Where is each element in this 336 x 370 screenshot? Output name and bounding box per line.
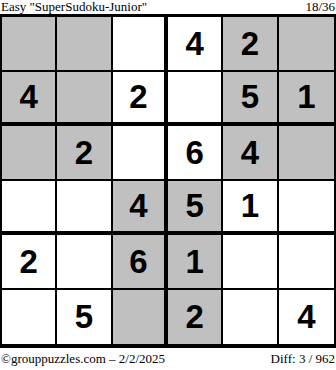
puzzle-title: Easy "SuperSudoku-Junior" xyxy=(1,0,147,13)
footer: ©grouppuzzles.com – 2/2/2025 Diff: 3 / 9… xyxy=(0,352,336,366)
cell-r1c3[interactable] xyxy=(113,17,168,72)
cell-r1c6[interactable] xyxy=(279,17,334,72)
cell-r1c4[interactable]: 4 xyxy=(168,17,223,72)
cell-r4c1[interactable] xyxy=(2,181,57,236)
cell-r5c1[interactable]: 2 xyxy=(2,235,57,290)
cell-r5c3[interactable]: 6 xyxy=(113,235,168,290)
cell-r4c6[interactable] xyxy=(279,181,334,236)
cell-r4c4[interactable]: 5 xyxy=(168,181,223,236)
cell-r3c1[interactable] xyxy=(2,126,57,181)
cell-r2c5[interactable]: 5 xyxy=(223,72,278,127)
cell-r3c3[interactable] xyxy=(113,126,168,181)
cell-r6c5[interactable] xyxy=(223,290,278,345)
cell-r3c2[interactable]: 2 xyxy=(57,126,112,181)
cell-r6c3[interactable] xyxy=(113,290,168,345)
cell-r2c1[interactable]: 4 xyxy=(2,72,57,127)
cell-r3c5[interactable]: 4 xyxy=(223,126,278,181)
cell-r5c2[interactable] xyxy=(57,235,112,290)
cell-r3c4[interactable]: 6 xyxy=(168,126,223,181)
cell-r5c4[interactable]: 1 xyxy=(168,235,223,290)
cell-r4c2[interactable] xyxy=(57,181,112,236)
cell-r1c2[interactable] xyxy=(57,17,112,72)
cell-r6c1[interactable] xyxy=(2,290,57,345)
cell-r6c2[interactable]: 5 xyxy=(57,290,112,345)
cell-r2c6[interactable]: 1 xyxy=(279,72,334,127)
cell-r2c4[interactable] xyxy=(168,72,223,127)
cell-r6c4[interactable]: 2 xyxy=(168,290,223,345)
cell-r3c6[interactable] xyxy=(279,126,334,181)
cell-r6c6[interactable]: 4 xyxy=(279,290,334,345)
givens-counter: 18/36 xyxy=(305,0,335,13)
cell-r4c3[interactable]: 4 xyxy=(113,181,168,236)
cell-r5c5[interactable] xyxy=(223,235,278,290)
cell-r2c2[interactable] xyxy=(57,72,112,127)
cell-r2c3[interactable]: 2 xyxy=(113,72,168,127)
header: Easy "SuperSudoku-Junior" 18/36 xyxy=(0,0,336,14)
sudoku-board: 424251264451261524 xyxy=(0,14,336,348)
difficulty-label: Diff: 3 / 962 xyxy=(271,352,335,366)
copyright-credit: ©grouppuzzles.com – 2/2/2025 xyxy=(1,352,165,366)
cell-r1c5[interactable]: 2 xyxy=(223,17,278,72)
cell-r5c6[interactable] xyxy=(279,235,334,290)
cell-r1c1[interactable] xyxy=(2,17,57,72)
cell-r4c5[interactable]: 1 xyxy=(223,181,278,236)
